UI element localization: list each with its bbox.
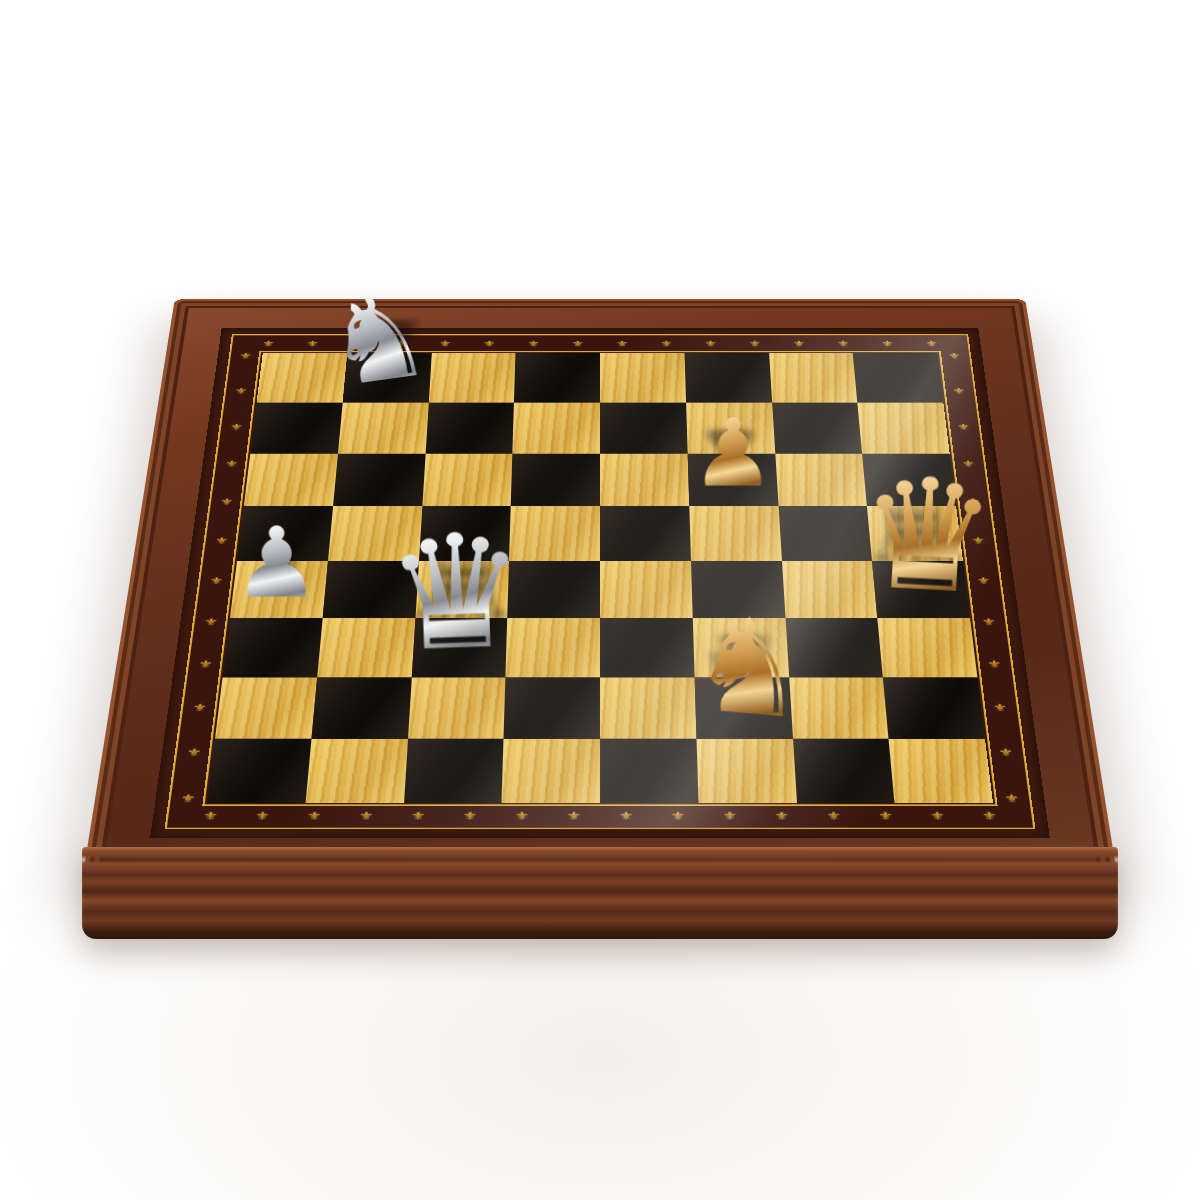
square-a7[interactable]: [250, 402, 342, 453]
fleur-de-lis-icon: ⚜: [527, 340, 540, 348]
fleur-de-lis-icon: ⚜: [722, 811, 737, 822]
fleur-de-lis-icon: ⚜: [411, 811, 426, 822]
fleur-de-lis-icon: ⚜: [774, 811, 789, 822]
fleur-de-lis-icon: ⚜: [826, 811, 841, 822]
square-a2[interactable]: [215, 677, 317, 739]
piece-gold-pawn-f6[interactable]: ♟: [691, 409, 775, 498]
square-a1[interactable]: [207, 739, 311, 803]
gold-queen-glyph: ♛: [854, 460, 1000, 614]
square-b2[interactable]: [311, 677, 411, 739]
square-c6[interactable]: [422, 453, 513, 506]
fleur-de-lis-icon: ⚜: [209, 576, 224, 585]
square-b7[interactable]: [338, 402, 429, 453]
silver-queen-glyph: ♛: [383, 517, 529, 672]
gold-knight-glyph: ♞: [685, 601, 813, 735]
square-d2[interactable]: [504, 677, 600, 739]
square-b1[interactable]: [305, 739, 407, 803]
fleur-de-lis-icon: ⚜: [180, 794, 196, 805]
fleur-de-lis-icon: ⚜: [439, 340, 452, 348]
fleur-de-lis-icon: ⚜: [307, 811, 323, 822]
square-c3[interactable]: ♛♛: [411, 618, 507, 677]
wooden-frame: ⚜⚜⚜⚜⚜⚜⚜⚜⚜⚜⚜⚜⚜⚜⚜⚜ ⚜⚜⚜⚜⚜⚜⚜⚜⚜⚜⚜⚜⚜⚜⚜⚜ ⚜⚜⚜⚜⚜⚜…: [82, 299, 1118, 880]
fleur-de-lis-icon: ⚜: [229, 423, 243, 431]
fleur-de-lis-icon: ⚜: [262, 340, 275, 348]
square-h3[interactable]: [878, 618, 978, 677]
fleur-de-lis-icon: ⚜: [359, 811, 374, 822]
piece-gold-knight-f2[interactable]: ♞: [685, 601, 813, 735]
fleur-de-lis-icon: ⚜: [219, 498, 233, 507]
fleur-de-lis-icon: ⚜: [670, 811, 685, 822]
fleur-de-lis-icon: ⚜: [483, 340, 496, 348]
square-a3[interactable]: [223, 618, 323, 677]
fleur-de-lis-icon: ⚜: [878, 811, 894, 822]
gold-pawn-glyph: ♟: [691, 409, 775, 498]
square-d8[interactable]: [514, 353, 600, 402]
square-h1[interactable]: [889, 739, 993, 803]
fleur-de-lis-icon: ⚜: [203, 811, 219, 822]
fleur-de-lis-icon: ⚜: [515, 811, 530, 822]
fleur-de-lis-icon: ⚜: [748, 340, 761, 348]
square-a4[interactable]: ♟♟: [230, 561, 328, 618]
square-h4[interactable]: ♛♛: [872, 561, 970, 618]
photo-background: ⚜⚜⚜⚜⚜⚜⚜⚜⚜⚜⚜⚜⚜⚜⚜⚜ ⚜⚜⚜⚜⚜⚜⚜⚜⚜⚜⚜⚜⚜⚜⚜⚜ ⚜⚜⚜⚜⚜⚜…: [0, 0, 1200, 1200]
square-g6[interactable]: [775, 453, 867, 506]
fleur-de-lis-icon: ⚜: [1004, 794, 1020, 805]
fleur-de-lis-icon: ⚜: [981, 617, 996, 627]
square-g7[interactable]: [772, 402, 863, 453]
fleur-de-lis-icon: ⚜: [234, 387, 248, 395]
square-e7[interactable]: [600, 402, 687, 453]
fleur-de-lis-icon: ⚜: [198, 660, 213, 670]
square-d6[interactable]: [511, 453, 600, 506]
square-c7[interactable]: [425, 402, 514, 453]
square-a6[interactable]: [244, 453, 338, 506]
square-e2[interactable]: [600, 677, 696, 739]
square-d1[interactable]: [502, 739, 600, 803]
square-f1[interactable]: [696, 739, 796, 803]
square-e4[interactable]: [600, 561, 693, 618]
board-plane: ⚜⚜⚜⚜⚜⚜⚜⚜⚜⚜⚜⚜⚜⚜⚜⚜ ⚜⚜⚜⚜⚜⚜⚜⚜⚜⚜⚜⚜⚜⚜⚜⚜ ⚜⚜⚜⚜⚜⚜…: [82, 299, 1118, 880]
fleur-de-lis-icon: ⚜: [925, 340, 938, 348]
fleur-de-lis-icon: ⚜: [881, 340, 894, 348]
fleur-de-lis-icon: ⚜: [987, 660, 1002, 670]
outer-pinstripe: ⚜⚜⚜⚜⚜⚜⚜⚜⚜⚜⚜⚜⚜⚜⚜⚜ ⚜⚜⚜⚜⚜⚜⚜⚜⚜⚜⚜⚜⚜⚜⚜⚜ ⚜⚜⚜⚜⚜⚜…: [164, 334, 1035, 829]
fleur-de-lis-icon: ⚜: [704, 340, 717, 348]
fleur-de-lis-icon: ⚜: [204, 617, 219, 627]
fleur-de-lis-icon: ⚜: [952, 387, 966, 395]
square-g1[interactable]: [793, 739, 895, 803]
piece-silver-pawn-a4[interactable]: ♟: [233, 517, 320, 610]
fleur-de-lis-icon: ⚜: [981, 811, 997, 822]
fleur-de-lis-icon: ⚜: [567, 811, 582, 822]
square-h2[interactable]: [883, 677, 985, 739]
square-e8[interactable]: [600, 353, 686, 402]
piece-gold-queen-h4[interactable]: ♛: [854, 460, 1000, 614]
frame-front-edge: [82, 847, 1118, 939]
fleur-de-lis-icon: ⚜: [792, 340, 805, 348]
fleur-de-lis-icon: ⚜: [239, 352, 253, 360]
fleur-de-lis-icon: ⚜: [998, 748, 1014, 758]
square-d7[interactable]: [513, 402, 600, 453]
fleur-de-lis-icon: ⚜: [837, 340, 850, 348]
fleur-de-lis-icon: ⚜: [186, 748, 202, 758]
fleur-de-lis-icon: ⚜: [992, 703, 1007, 713]
square-f5[interactable]: [689, 506, 781, 561]
printed-surface: ⚜⚜⚜⚜⚜⚜⚜⚜⚜⚜⚜⚜⚜⚜⚜⚜ ⚜⚜⚜⚜⚜⚜⚜⚜⚜⚜⚜⚜⚜⚜⚜⚜ ⚜⚜⚜⚜⚜⚜…: [150, 328, 1050, 838]
fleur-de-lis-icon: ⚜: [192, 703, 207, 713]
fleur-de-lis-icon: ⚜: [572, 340, 585, 348]
silver-pawn-glyph: ♟: [233, 517, 320, 610]
fleur-de-lis-icon: ⚜: [224, 460, 238, 469]
fleur-de-lis-icon: ⚜: [948, 352, 962, 360]
inner-pinstripe: ♞♞♟♟♟♟♛♛♛♛♞♞: [202, 351, 997, 806]
square-e3[interactable]: [600, 618, 694, 677]
silver-knight-glyph: ♞: [319, 278, 438, 403]
fleur-de-lis-icon: ⚜: [616, 340, 629, 348]
square-f2[interactable]: ♞♞: [694, 677, 792, 739]
square-e1[interactable]: [600, 739, 698, 803]
piece-silver-knight-b8[interactable]: ♞: [319, 278, 438, 403]
square-h8[interactable]: [853, 353, 943, 402]
fleur-de-lis-icon: ⚜: [214, 537, 229, 546]
square-c2[interactable]: [407, 677, 505, 739]
fleur-de-lis-icon: ⚜: [619, 811, 634, 822]
square-c8[interactable]: [428, 353, 515, 402]
fleur-de-lis-icon: ⚜: [463, 811, 478, 822]
square-g8[interactable]: [769, 353, 858, 402]
square-b6[interactable]: [333, 453, 425, 506]
square-f8[interactable]: [684, 353, 771, 402]
square-e6[interactable]: [600, 453, 689, 506]
square-f6[interactable]: ♟♟: [687, 453, 778, 506]
fleur-de-lis-icon: ⚜: [660, 340, 673, 348]
piece-silver-queen-c3[interactable]: ♛: [383, 517, 529, 672]
square-e5[interactable]: [600, 506, 691, 561]
fleur-de-lis-icon: ⚜: [930, 811, 946, 822]
fleur-de-lis-icon: ⚜: [957, 423, 971, 431]
board-grid: ♞♞♟♟♟♟♛♛♛♛♞♞: [207, 353, 993, 803]
fleur-de-lis-icon: ⚜: [306, 340, 319, 348]
ornament-band-bottom: ⚜⚜⚜⚜⚜⚜⚜⚜⚜⚜⚜⚜⚜⚜⚜⚜: [202, 807, 998, 826]
square-c1[interactable]: [404, 739, 504, 803]
square-b8[interactable]: ♞♞: [342, 353, 431, 402]
fleur-de-lis-icon: ⚜: [255, 811, 271, 822]
